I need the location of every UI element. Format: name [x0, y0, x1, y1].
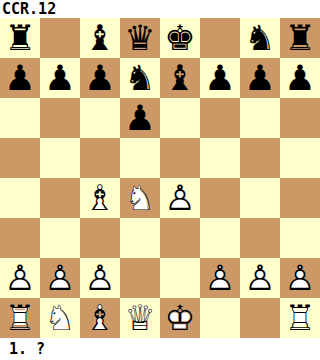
- square-d3[interactable]: [120, 218, 160, 258]
- white-pawn-e4[interactable]: ♟♙: [160, 178, 200, 218]
- white-pawn-h2[interactable]: ♟♙: [280, 258, 320, 298]
- square-a1[interactable]: ♜♖: [0, 298, 40, 338]
- square-e7[interactable]: ♝: [160, 58, 200, 98]
- white-knight-d4[interactable]: ♞♘: [120, 178, 160, 218]
- black-queen-d8[interactable]: ♛: [120, 18, 160, 58]
- white-pawn-b2[interactable]: ♟♙: [40, 258, 80, 298]
- square-h1[interactable]: ♜♖: [280, 298, 320, 338]
- square-c8[interactable]: ♝: [80, 18, 120, 58]
- white-piece-outline: ♙: [240, 258, 280, 298]
- square-b7[interactable]: ♟: [40, 58, 80, 98]
- square-b5[interactable]: [40, 138, 80, 178]
- square-f6[interactable]: [200, 98, 240, 138]
- white-piece-outline: ♙: [280, 258, 320, 298]
- title-bar: CCR.12: [0, 0, 320, 18]
- square-b1[interactable]: ♞♘: [40, 298, 80, 338]
- square-g8[interactable]: ♞: [240, 18, 280, 58]
- white-piece-outline: ♙: [80, 258, 120, 298]
- black-pawn-g7[interactable]: ♟: [240, 58, 280, 98]
- chess-board: ♜♝♛♚♞♜♟♟♟♞♝♟♟♟♟♝♗♞♘♟♙♟♙♟♙♟♙♟♙♟♙♟♙♜♖♞♘♝♗♛…: [0, 18, 320, 338]
- black-pawn-d6[interactable]: ♟: [120, 98, 160, 138]
- white-piece-outline: ♘: [40, 298, 80, 338]
- black-bishop-e7[interactable]: ♝: [160, 58, 200, 98]
- square-c4[interactable]: ♝♗: [80, 178, 120, 218]
- square-c5[interactable]: [80, 138, 120, 178]
- white-piece-outline: ♕: [120, 298, 160, 338]
- white-piece-outline: ♗: [80, 178, 120, 218]
- white-queen-d1[interactable]: ♛♕: [120, 298, 160, 338]
- square-c3[interactable]: [80, 218, 120, 258]
- square-g7[interactable]: ♟: [240, 58, 280, 98]
- square-d8[interactable]: ♛: [120, 18, 160, 58]
- white-rook-h1[interactable]: ♜♖: [280, 298, 320, 338]
- square-f8[interactable]: [200, 18, 240, 58]
- square-a7[interactable]: ♟: [0, 58, 40, 98]
- white-piece-outline: ♙: [160, 178, 200, 218]
- square-e6[interactable]: [160, 98, 200, 138]
- square-d6[interactable]: ♟: [120, 98, 160, 138]
- square-h5[interactable]: [280, 138, 320, 178]
- white-pawn-f2[interactable]: ♟♙: [200, 258, 240, 298]
- square-a8[interactable]: ♜: [0, 18, 40, 58]
- square-e8[interactable]: ♚: [160, 18, 200, 58]
- square-g1[interactable]: [240, 298, 280, 338]
- square-f4[interactable]: [200, 178, 240, 218]
- black-pawn-f7[interactable]: ♟: [200, 58, 240, 98]
- square-d4[interactable]: ♞♘: [120, 178, 160, 218]
- white-piece-outline: ♗: [80, 298, 120, 338]
- square-d1[interactable]: ♛♕: [120, 298, 160, 338]
- black-bishop-c8[interactable]: ♝: [80, 18, 120, 58]
- white-knight-b1[interactable]: ♞♘: [40, 298, 80, 338]
- square-b4[interactable]: [40, 178, 80, 218]
- white-piece-outline: ♖: [280, 298, 320, 338]
- white-pawn-g2[interactable]: ♟♙: [240, 258, 280, 298]
- square-h6[interactable]: [280, 98, 320, 138]
- white-piece-outline: ♙: [200, 258, 240, 298]
- square-a2[interactable]: ♟♙: [0, 258, 40, 298]
- white-piece-outline: ♔: [160, 298, 200, 338]
- square-c2[interactable]: ♟♙: [80, 258, 120, 298]
- square-g4[interactable]: [240, 178, 280, 218]
- black-pawn-b7[interactable]: ♟: [40, 58, 80, 98]
- square-h7[interactable]: ♟: [280, 58, 320, 98]
- square-f7[interactable]: ♟: [200, 58, 240, 98]
- square-c7[interactable]: ♟: [80, 58, 120, 98]
- white-piece-outline: ♙: [0, 258, 40, 298]
- diagram-title: CCR.12: [2, 0, 56, 18]
- move-prompt: 1. ?: [9, 340, 45, 358]
- square-e4[interactable]: ♟♙: [160, 178, 200, 218]
- square-h4[interactable]: [280, 178, 320, 218]
- white-piece-outline: ♙: [40, 258, 80, 298]
- white-bishop-c4[interactable]: ♝♗: [80, 178, 120, 218]
- square-g6[interactable]: [240, 98, 280, 138]
- square-a5[interactable]: [0, 138, 40, 178]
- white-bishop-c1[interactable]: ♝♗: [80, 298, 120, 338]
- white-piece-outline: ♖: [0, 298, 40, 338]
- square-b8[interactable]: [40, 18, 80, 58]
- square-h3[interactable]: [280, 218, 320, 258]
- white-pawn-a2[interactable]: ♟♙: [0, 258, 40, 298]
- white-piece-outline: ♘: [120, 178, 160, 218]
- square-b6[interactable]: [40, 98, 80, 138]
- square-a6[interactable]: [0, 98, 40, 138]
- square-f2[interactable]: ♟♙: [200, 258, 240, 298]
- square-a3[interactable]: [0, 218, 40, 258]
- square-d2[interactable]: [120, 258, 160, 298]
- white-king-e1[interactable]: ♚♔: [160, 298, 200, 338]
- square-c6[interactable]: [80, 98, 120, 138]
- square-e2[interactable]: [160, 258, 200, 298]
- black-pawn-c7[interactable]: ♟: [80, 58, 120, 98]
- square-e3[interactable]: [160, 218, 200, 258]
- square-a4[interactable]: [0, 178, 40, 218]
- square-h8[interactable]: ♜: [280, 18, 320, 58]
- black-rook-h8[interactable]: ♜: [280, 18, 320, 58]
- black-pawn-h7[interactable]: ♟: [280, 58, 320, 98]
- black-pawn-a7[interactable]: ♟: [0, 58, 40, 98]
- square-g2[interactable]: ♟♙: [240, 258, 280, 298]
- black-knight-d7[interactable]: ♞: [120, 58, 160, 98]
- square-b3[interactable]: [40, 218, 80, 258]
- move-bar: 1. ?: [0, 338, 320, 360]
- square-g5[interactable]: [240, 138, 280, 178]
- square-f5[interactable]: [200, 138, 240, 178]
- square-g3[interactable]: [240, 218, 280, 258]
- square-h2[interactable]: ♟♙: [280, 258, 320, 298]
- square-f1[interactable]: [200, 298, 240, 338]
- black-knight-g8[interactable]: ♞: [240, 18, 280, 58]
- square-e1[interactable]: ♚♔: [160, 298, 200, 338]
- square-b2[interactable]: ♟♙: [40, 258, 80, 298]
- square-f3[interactable]: [200, 218, 240, 258]
- white-rook-a1[interactable]: ♜♖: [0, 298, 40, 338]
- square-d5[interactable]: [120, 138, 160, 178]
- square-d7[interactable]: ♞: [120, 58, 160, 98]
- black-king-e8[interactable]: ♚: [160, 18, 200, 58]
- white-pawn-c2[interactable]: ♟♙: [80, 258, 120, 298]
- square-c1[interactable]: ♝♗: [80, 298, 120, 338]
- square-e5[interactable]: [160, 138, 200, 178]
- black-rook-a8[interactable]: ♜: [0, 18, 40, 58]
